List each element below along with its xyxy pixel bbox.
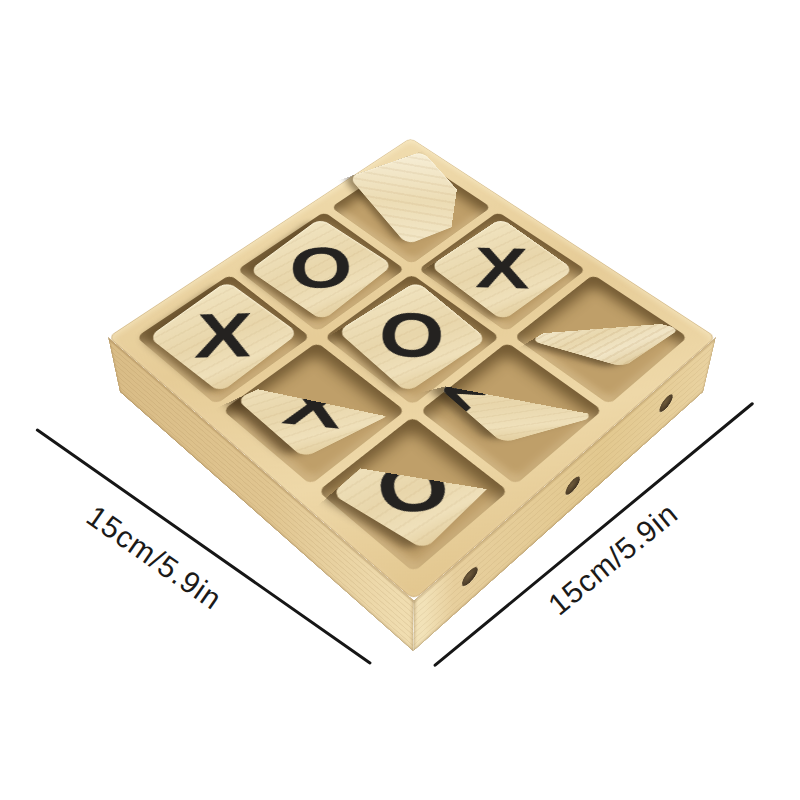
tile-symbol: O: [376, 303, 447, 369]
finger-hole: [565, 473, 581, 499]
finger-hole: [658, 391, 674, 416]
tile-symbol: O: [289, 238, 353, 298]
tile-symbol: X: [475, 239, 530, 298]
tile-symbol: X: [193, 304, 253, 368]
product-photo: 15cm/5.9in 15cm/5.9in XOOXXXO: [0, 0, 800, 800]
finger-hole: [461, 563, 478, 590]
tictactoe-board: XOOXXXO: [108, 138, 716, 601]
scene-perspective: XOOXXXO: [0, 0, 800, 800]
